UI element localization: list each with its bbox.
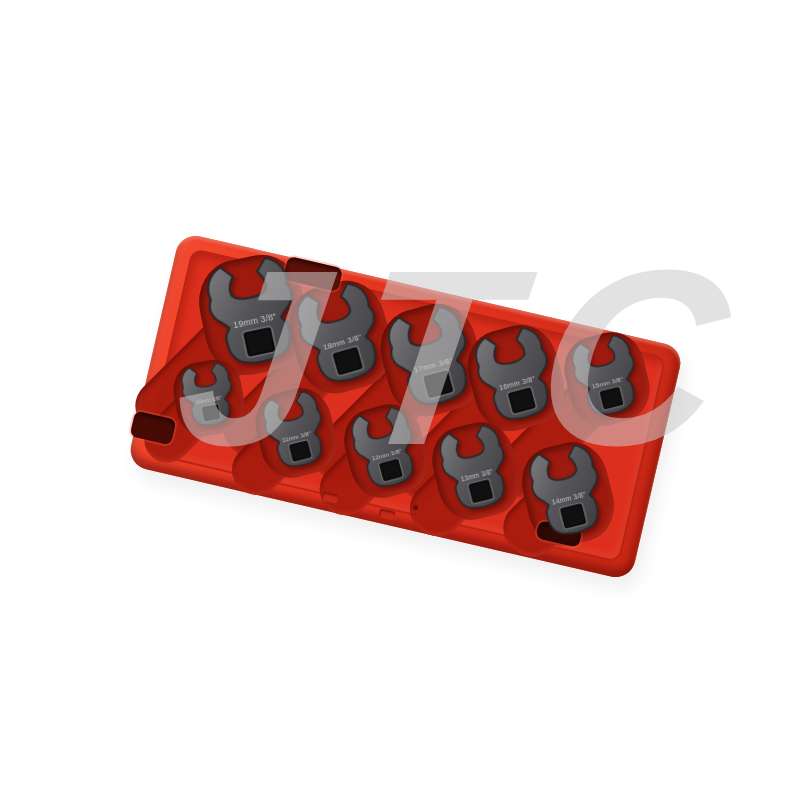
drive-square-hole-inner bbox=[245, 328, 275, 355]
drive-square-hole-inner bbox=[203, 405, 220, 421]
mold-pin-mark bbox=[413, 505, 418, 510]
product-photo: 19mm 3/8"18mm 3/8"17mm 3/8"16mm 3/8"15mm… bbox=[0, 0, 800, 800]
wrench-10mm: 10mm 3/8" bbox=[177, 360, 239, 430]
